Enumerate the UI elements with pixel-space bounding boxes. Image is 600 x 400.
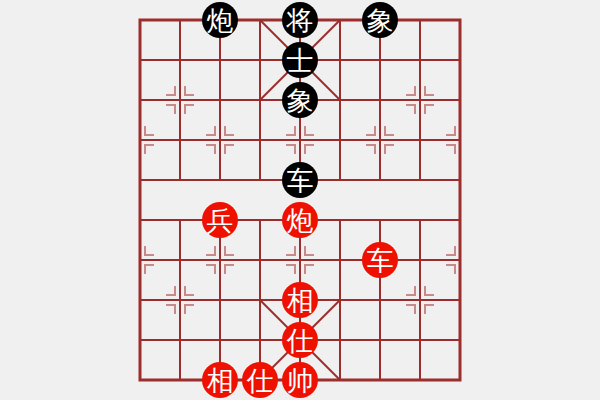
piece-black-advisor[interactable]: 士 <box>282 42 318 78</box>
piece-red-general[interactable]: 帅 <box>282 362 318 398</box>
piece-black-elephant[interactable]: 象 <box>362 2 398 38</box>
piece-black-elephant[interactable]: 象 <box>282 82 318 118</box>
piece-black-general[interactable]: 将 <box>282 2 318 38</box>
xiangqi-board: 炮将象士象车兵炮车相仕相仕帅 <box>0 0 600 400</box>
piece-red-chariot[interactable]: 车 <box>362 242 398 278</box>
piece-red-elephant[interactable]: 相 <box>202 362 238 398</box>
piece-red-cannon[interactable]: 炮 <box>282 202 318 238</box>
piece-black-cannon[interactable]: 炮 <box>202 2 238 38</box>
piece-red-advisor[interactable]: 仕 <box>242 362 278 398</box>
piece-black-chariot[interactable]: 车 <box>282 162 318 198</box>
piece-red-advisor[interactable]: 仕 <box>282 322 318 358</box>
piece-red-elephant[interactable]: 相 <box>282 282 318 318</box>
pieces-grid: 炮将象士象车兵炮车相仕相仕帅 <box>120 0 480 400</box>
piece-red-soldier[interactable]: 兵 <box>202 202 238 238</box>
